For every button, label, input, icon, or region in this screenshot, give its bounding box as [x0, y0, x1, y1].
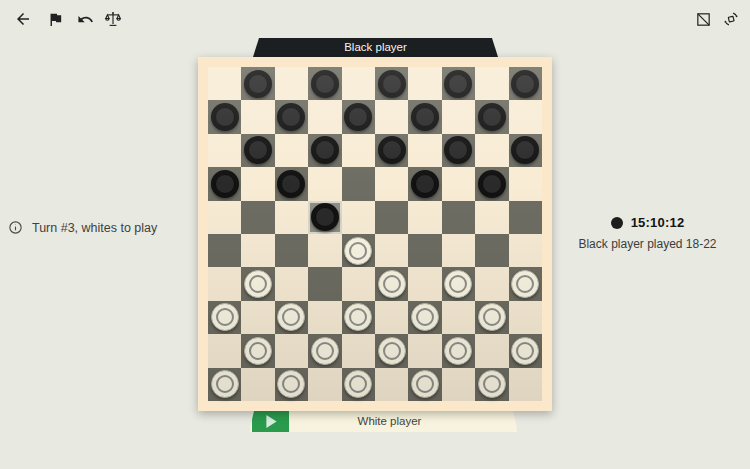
- scales-icon: [104, 10, 122, 28]
- square-1[interactable]: [241, 67, 274, 100]
- square-34[interactable]: [442, 267, 475, 300]
- light-square: [509, 234, 542, 267]
- white-man[interactable]: [511, 270, 539, 298]
- black-player-label: Black player: [344, 41, 407, 53]
- white-man[interactable]: [211, 370, 239, 398]
- light-square: [208, 334, 241, 367]
- square-12[interactable]: [308, 134, 341, 167]
- clock-time: 15:10:12: [631, 215, 685, 230]
- light-square: [308, 301, 341, 334]
- light-square: [408, 201, 441, 234]
- black-man[interactable]: [411, 103, 439, 131]
- light-square: [342, 67, 375, 100]
- white-man[interactable]: [211, 303, 239, 331]
- light-square: [241, 167, 274, 200]
- square-19[interactable]: [408, 167, 441, 200]
- board-preview-off-icon: [695, 11, 712, 28]
- light-square: [375, 234, 408, 267]
- white-man[interactable]: [478, 303, 506, 331]
- white-man[interactable]: [511, 337, 539, 365]
- square-17[interactable]: [275, 167, 308, 200]
- square-11[interactable]: [241, 134, 274, 167]
- square-8[interactable]: [342, 100, 375, 133]
- square-22[interactable]: [308, 201, 341, 234]
- square-24[interactable]: [442, 201, 475, 234]
- square-13[interactable]: [375, 134, 408, 167]
- light-square: [408, 67, 441, 100]
- black-man[interactable]: [244, 70, 272, 98]
- square-31[interactable]: [241, 267, 274, 300]
- square-10[interactable]: [475, 100, 508, 133]
- square-30[interactable]: [475, 234, 508, 267]
- square-28[interactable]: [342, 234, 375, 267]
- light-square: [375, 100, 408, 133]
- square-45[interactable]: [509, 334, 542, 367]
- white-man[interactable]: [378, 270, 406, 298]
- square-38[interactable]: [342, 301, 375, 334]
- square-3[interactable]: [375, 67, 408, 100]
- light-square: [442, 100, 475, 133]
- light-square: [208, 67, 241, 100]
- square-36[interactable]: [208, 301, 241, 334]
- square-32[interactable]: [308, 267, 341, 300]
- checkers-board: [198, 57, 552, 411]
- square-50[interactable]: [475, 368, 508, 401]
- white-man[interactable]: [344, 237, 372, 265]
- square-7[interactable]: [275, 100, 308, 133]
- black-man[interactable]: [511, 70, 539, 98]
- square-16[interactable]: [208, 167, 241, 200]
- square-26[interactable]: [208, 234, 241, 267]
- light-square: [275, 67, 308, 100]
- light-square: [475, 334, 508, 367]
- light-square: [208, 134, 241, 167]
- black-man[interactable]: [378, 70, 406, 98]
- light-square: [375, 301, 408, 334]
- white-man[interactable]: [244, 270, 272, 298]
- black-man[interactable]: [211, 103, 239, 131]
- light-square: [442, 368, 475, 401]
- black-man[interactable]: [311, 136, 339, 164]
- black-man[interactable]: [311, 203, 339, 231]
- light-square: [408, 267, 441, 300]
- black-man[interactable]: [244, 136, 272, 164]
- light-square: [442, 234, 475, 267]
- white-man[interactable]: [244, 337, 272, 365]
- square-4[interactable]: [442, 67, 475, 100]
- square-21[interactable]: [241, 201, 274, 234]
- white-man[interactable]: [444, 270, 472, 298]
- rotate-screen-icon: [722, 10, 740, 28]
- square-2[interactable]: [308, 67, 341, 100]
- square-49[interactable]: [408, 368, 441, 401]
- turn-status-text: Turn #3, whites to play: [32, 221, 157, 235]
- black-clock-panel: 15:10:12 Black player played 18-22: [575, 215, 720, 251]
- square-15[interactable]: [509, 134, 542, 167]
- black-player-dot-icon: [611, 217, 623, 229]
- light-square: [275, 134, 308, 167]
- black-man[interactable]: [378, 136, 406, 164]
- white-man[interactable]: [311, 337, 339, 365]
- light-square: [241, 368, 274, 401]
- square-39[interactable]: [408, 301, 441, 334]
- square-44[interactable]: [442, 334, 475, 367]
- square-20[interactable]: [475, 167, 508, 200]
- square-23[interactable]: [375, 201, 408, 234]
- back-arrow-icon: [14, 10, 32, 28]
- undo-icon: [77, 11, 94, 28]
- flag-icon: [47, 11, 64, 28]
- light-square: [475, 201, 508, 234]
- white-player-label: White player: [289, 411, 490, 432]
- white-man[interactable]: [478, 370, 506, 398]
- checkers-app-screen: Turn #3, whites to play 15:10:12 Black p…: [0, 0, 750, 469]
- light-square: [342, 267, 375, 300]
- square-46[interactable]: [208, 368, 241, 401]
- square-35[interactable]: [509, 267, 542, 300]
- light-square: [308, 234, 341, 267]
- light-square: [442, 167, 475, 200]
- white-player-banner: White player: [249, 411, 518, 432]
- light-square: [475, 267, 508, 300]
- black-man[interactable]: [311, 70, 339, 98]
- light-square: [375, 167, 408, 200]
- light-square: [408, 334, 441, 367]
- rotate-screen-button[interactable]: [721, 9, 741, 29]
- black-clock: 15:10:12: [575, 215, 720, 230]
- black-man[interactable]: [411, 170, 439, 198]
- square-25[interactable]: [509, 201, 542, 234]
- light-square: [308, 368, 341, 401]
- square-48[interactable]: [342, 368, 375, 401]
- info-icon: [8, 220, 23, 235]
- square-43[interactable]: [375, 334, 408, 367]
- square-41[interactable]: [241, 334, 274, 367]
- light-square: [509, 301, 542, 334]
- light-square: [275, 267, 308, 300]
- black-man[interactable]: [277, 170, 305, 198]
- light-square: [408, 134, 441, 167]
- black-man[interactable]: [511, 136, 539, 164]
- light-square: [342, 201, 375, 234]
- light-square: [475, 134, 508, 167]
- white-man[interactable]: [411, 303, 439, 331]
- light-square: [208, 267, 241, 300]
- black-man[interactable]: [277, 103, 305, 131]
- black-man[interactable]: [444, 136, 472, 164]
- light-square: [275, 334, 308, 367]
- light-square: [342, 134, 375, 167]
- light-square: [241, 100, 274, 133]
- black-man[interactable]: [444, 70, 472, 98]
- white-man[interactable]: [277, 370, 305, 398]
- board-preview-toggle-button[interactable]: [693, 9, 713, 29]
- light-square: [442, 301, 475, 334]
- light-square: [509, 368, 542, 401]
- light-square: [208, 201, 241, 234]
- black-man[interactable]: [478, 170, 506, 198]
- square-42[interactable]: [308, 334, 341, 367]
- last-move-text: Black player played 18-22: [575, 237, 720, 251]
- light-square: [241, 301, 274, 334]
- square-5[interactable]: [509, 67, 542, 100]
- square-29[interactable]: [408, 234, 441, 267]
- play-icon: [265, 415, 277, 428]
- black-man[interactable]: [211, 170, 239, 198]
- board-grid: [208, 67, 542, 401]
- adjudicate-button[interactable]: [103, 9, 123, 29]
- light-square: [475, 67, 508, 100]
- turn-status: Turn #3, whites to play: [8, 220, 157, 235]
- light-square: [308, 100, 341, 133]
- square-40[interactable]: [475, 301, 508, 334]
- white-man[interactable]: [277, 303, 305, 331]
- black-player-banner: Black player: [253, 38, 498, 57]
- square-37[interactable]: [275, 301, 308, 334]
- white-man[interactable]: [378, 337, 406, 365]
- light-square: [375, 368, 408, 401]
- light-square: [308, 167, 341, 200]
- black-man[interactable]: [344, 103, 372, 131]
- square-27[interactable]: [275, 234, 308, 267]
- square-14[interactable]: [442, 134, 475, 167]
- back-button[interactable]: [13, 9, 33, 29]
- light-square: [342, 334, 375, 367]
- square-9[interactable]: [408, 100, 441, 133]
- square-33[interactable]: [375, 267, 408, 300]
- play-button[interactable]: [252, 411, 289, 432]
- light-square: [509, 167, 542, 200]
- square-6[interactable]: [208, 100, 241, 133]
- resign-flag-button[interactable]: [45, 9, 65, 29]
- square-47[interactable]: [275, 368, 308, 401]
- light-square: [275, 201, 308, 234]
- black-man[interactable]: [478, 103, 506, 131]
- light-square: [241, 234, 274, 267]
- white-man[interactable]: [344, 370, 372, 398]
- light-square: [509, 100, 542, 133]
- undo-button[interactable]: [75, 9, 95, 29]
- square-18[interactable]: [342, 167, 375, 200]
- white-man[interactable]: [444, 337, 472, 365]
- white-man[interactable]: [411, 370, 439, 398]
- white-man[interactable]: [344, 303, 372, 331]
